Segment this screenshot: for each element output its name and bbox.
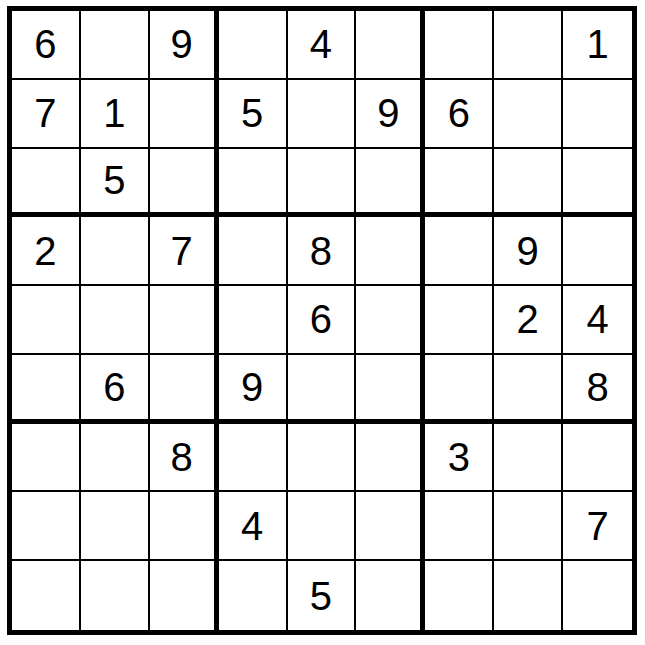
cell-r1c9[interactable]: 1 <box>563 11 632 80</box>
cell-r8c6[interactable] <box>356 492 425 561</box>
cell-r3c7[interactable] <box>425 149 494 218</box>
cell-r8c2[interactable] <box>81 492 150 561</box>
cell-r3c4[interactable] <box>219 149 288 218</box>
cell-r2c1[interactable]: 7 <box>12 80 81 149</box>
cell-r8c5[interactable] <box>288 492 357 561</box>
cell-r7c9[interactable] <box>563 424 632 493</box>
cell-r7c7[interactable]: 3 <box>425 424 494 493</box>
cell-r5c6[interactable] <box>356 286 425 355</box>
cell-r1c4[interactable] <box>219 11 288 80</box>
cell-r8c1[interactable] <box>12 492 81 561</box>
cell-r1c2[interactable] <box>81 11 150 80</box>
sudoku-board: 6941715965278962469883475 <box>7 6 637 635</box>
cell-r1c7[interactable] <box>425 11 494 80</box>
cell-r9c8[interactable] <box>494 561 563 630</box>
cell-r1c6[interactable] <box>356 11 425 80</box>
cell-r5c9[interactable]: 4 <box>563 286 632 355</box>
cell-r5c5[interactable]: 6 <box>288 286 357 355</box>
cell-r6c6[interactable] <box>356 355 425 424</box>
cell-r7c2[interactable] <box>81 424 150 493</box>
cell-r1c5[interactable]: 4 <box>288 11 357 80</box>
cell-r7c1[interactable] <box>12 424 81 493</box>
cell-r3c6[interactable] <box>356 149 425 218</box>
cell-r8c8[interactable] <box>494 492 563 561</box>
cell-r1c3[interactable]: 9 <box>150 11 219 80</box>
cell-r7c6[interactable] <box>356 424 425 493</box>
cell-r8c3[interactable] <box>150 492 219 561</box>
cell-r2c8[interactable] <box>494 80 563 149</box>
cell-r6c8[interactable] <box>494 355 563 424</box>
cell-r5c1[interactable] <box>12 286 81 355</box>
cell-r9c7[interactable] <box>425 561 494 630</box>
cell-r4c3[interactable]: 7 <box>150 217 219 286</box>
cell-r9c2[interactable] <box>81 561 150 630</box>
cell-r2c5[interactable] <box>288 80 357 149</box>
cell-r6c2[interactable]: 6 <box>81 355 150 424</box>
cell-r2c6[interactable]: 9 <box>356 80 425 149</box>
cell-r3c3[interactable] <box>150 149 219 218</box>
cell-r8c7[interactable] <box>425 492 494 561</box>
cell-r7c8[interactable] <box>494 424 563 493</box>
cell-r4c7[interactable] <box>425 217 494 286</box>
cell-r9c4[interactable] <box>219 561 288 630</box>
cell-r4c9[interactable] <box>563 217 632 286</box>
cell-r5c4[interactable] <box>219 286 288 355</box>
cell-r2c3[interactable] <box>150 80 219 149</box>
cell-r9c6[interactable] <box>356 561 425 630</box>
cell-r5c8[interactable]: 2 <box>494 286 563 355</box>
cell-r2c7[interactable]: 6 <box>425 80 494 149</box>
cell-r3c8[interactable] <box>494 149 563 218</box>
cell-r9c3[interactable] <box>150 561 219 630</box>
cell-r4c4[interactable] <box>219 217 288 286</box>
cell-r9c1[interactable] <box>12 561 81 630</box>
cell-r3c5[interactable] <box>288 149 357 218</box>
cell-r2c4[interactable]: 5 <box>219 80 288 149</box>
cell-r5c2[interactable] <box>81 286 150 355</box>
cell-r5c7[interactable] <box>425 286 494 355</box>
cell-r8c9[interactable]: 7 <box>563 492 632 561</box>
cell-r8c4[interactable]: 4 <box>219 492 288 561</box>
cell-r6c5[interactable] <box>288 355 357 424</box>
cell-r9c5[interactable]: 5 <box>288 561 357 630</box>
cell-r4c8[interactable]: 9 <box>494 217 563 286</box>
cell-r4c5[interactable]: 8 <box>288 217 357 286</box>
cell-r1c1[interactable]: 6 <box>12 11 81 80</box>
cell-r3c1[interactable] <box>12 149 81 218</box>
cell-r6c3[interactable] <box>150 355 219 424</box>
cell-r6c9[interactable]: 8 <box>563 355 632 424</box>
cell-r9c9[interactable] <box>563 561 632 630</box>
cell-r4c1[interactable]: 2 <box>12 217 81 286</box>
cell-r6c7[interactable] <box>425 355 494 424</box>
cell-r2c9[interactable] <box>563 80 632 149</box>
cell-r5c3[interactable] <box>150 286 219 355</box>
cell-r4c6[interactable] <box>356 217 425 286</box>
cell-r7c3[interactable]: 8 <box>150 424 219 493</box>
cell-r4c2[interactable] <box>81 217 150 286</box>
cell-r3c2[interactable]: 5 <box>81 149 150 218</box>
cell-r3c9[interactable] <box>563 149 632 218</box>
cell-r1c8[interactable] <box>494 11 563 80</box>
cell-r7c5[interactable] <box>288 424 357 493</box>
cell-r6c1[interactable] <box>12 355 81 424</box>
cell-r6c4[interactable]: 9 <box>219 355 288 424</box>
cell-r7c4[interactable] <box>219 424 288 493</box>
cell-r2c2[interactable]: 1 <box>81 80 150 149</box>
